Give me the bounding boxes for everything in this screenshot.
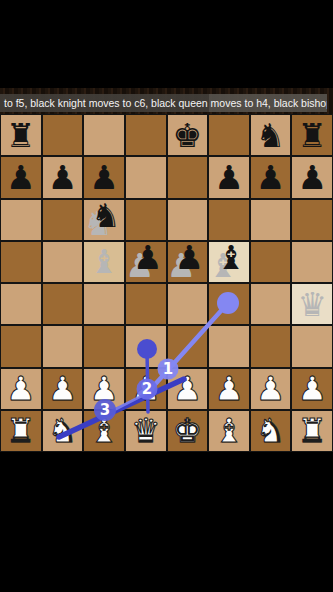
- square-e6[interactable]: [168, 200, 208, 240]
- square-f8[interactable]: [209, 115, 249, 155]
- square-h6[interactable]: [292, 200, 332, 240]
- square-d4[interactable]: [126, 284, 166, 324]
- square-g7[interactable]: ♟: [251, 157, 291, 197]
- square-e5[interactable]: ♟♟: [168, 242, 208, 282]
- square-b6[interactable]: [43, 200, 83, 240]
- piece-black-rook-icon: ♜: [1, 115, 41, 155]
- square-b5[interactable]: [43, 242, 83, 282]
- move-caption-banner: to f5, black knight moves to c6, black q…: [0, 94, 327, 112]
- piece-black-pawn-icon: ♟: [209, 157, 249, 197]
- piece-white-pawn-icon: ♟: [84, 369, 124, 409]
- app-screen: { "game": "chess", "banner": { "text": "…: [0, 0, 333, 592]
- piece-white-pawn-icon: ♟: [209, 369, 249, 409]
- piece-black-rook-icon: ♜: [292, 115, 332, 155]
- piece-white-pawn-icon: ♟: [168, 369, 208, 409]
- square-b8[interactable]: [43, 115, 83, 155]
- square-c4[interactable]: [84, 284, 124, 324]
- square-e3[interactable]: [168, 326, 208, 366]
- square-e8[interactable]: ♚: [168, 115, 208, 155]
- piece-ghost-bishop-icon: ♝: [84, 242, 124, 282]
- piece-black-king-icon: ♚: [168, 115, 208, 155]
- square-c1[interactable]: ♝: [84, 411, 124, 451]
- piece-white-pawn-icon: ♟: [43, 369, 83, 409]
- square-c7[interactable]: ♟: [84, 157, 124, 197]
- square-h5[interactable]: [292, 242, 332, 282]
- piece-white-king-icon: ♚: [168, 411, 208, 451]
- piece-white-pawn-icon: ♟: [251, 369, 291, 409]
- square-h3[interactable]: [292, 326, 332, 366]
- piece-white-queen-icon: ♛: [126, 411, 166, 451]
- square-e1[interactable]: ♚: [168, 411, 208, 451]
- square-f4[interactable]: [209, 284, 249, 324]
- piece-ghost-queen-icon: ♛: [292, 284, 332, 324]
- square-d7[interactable]: [126, 157, 166, 197]
- square-a3[interactable]: [1, 326, 41, 366]
- piece-white-pawn-icon: ♟: [126, 369, 166, 409]
- piece-black-knight-icon: ♞: [251, 115, 291, 155]
- square-g6[interactable]: [251, 200, 291, 240]
- piece-black-knight-icon: ♞: [86, 196, 126, 236]
- square-c8[interactable]: [84, 115, 124, 155]
- piece-black-pawn-icon: ♟: [1, 157, 41, 197]
- square-d3[interactable]: [126, 326, 166, 366]
- ghost-pawn-icon: ♟: [120, 246, 160, 286]
- square-f6[interactable]: [209, 200, 249, 240]
- square-h2[interactable]: ♟: [292, 369, 332, 409]
- piece-white-knight-icon: ♞: [43, 411, 83, 451]
- piece-white-rook-icon: ♜: [292, 411, 332, 451]
- square-a6[interactable]: [1, 200, 41, 240]
- piece-white-rook-icon: ♜: [1, 411, 41, 451]
- square-g2[interactable]: ♟: [251, 369, 291, 409]
- square-a5[interactable]: [1, 242, 41, 282]
- square-b1[interactable]: ♞: [43, 411, 83, 451]
- square-a7[interactable]: ♟: [1, 157, 41, 197]
- piece-white-pawn-icon: ♟: [1, 369, 41, 409]
- square-c3[interactable]: [84, 326, 124, 366]
- square-b3[interactable]: [43, 326, 83, 366]
- piece-white-knight-icon: ♞: [251, 411, 291, 451]
- piece-white-bishop-icon: ♝: [84, 411, 124, 451]
- chess-board: ♜♚♞♜♟♟♟♟♟♟♞♞♝♟♟♟♟♝♝♛♟♟♟♟♟♟♟♟♜♞♝♛♚♝♞♜ 1 2…: [0, 114, 333, 452]
- square-d1[interactable]: ♛: [126, 411, 166, 451]
- square-e7[interactable]: [168, 157, 208, 197]
- square-a8[interactable]: ♜: [1, 115, 41, 155]
- piece-black-pawn-icon: ♟: [292, 157, 332, 197]
- piece-black-pawn-icon: ♟: [43, 157, 83, 197]
- ghost-bishop-icon: ♝: [203, 246, 243, 286]
- piece-black-pawn-icon: ♟: [251, 157, 291, 197]
- square-f3[interactable]: [209, 326, 249, 366]
- piece-white-pawn-icon: ♟: [292, 369, 332, 409]
- square-g5[interactable]: [251, 242, 291, 282]
- square-b2[interactable]: ♟: [43, 369, 83, 409]
- square-h8[interactable]: ♜: [292, 115, 332, 155]
- square-c5[interactable]: ♝: [84, 242, 124, 282]
- piece-white-bishop-icon: ♝: [209, 411, 249, 451]
- board-grid: ♜♚♞♜♟♟♟♟♟♟♞♞♝♟♟♟♟♝♝♛♟♟♟♟♟♟♟♟♜♞♝♛♚♝♞♜: [0, 114, 333, 452]
- square-d2[interactable]: ♟: [126, 369, 166, 409]
- square-f5[interactable]: ♝♝: [209, 242, 249, 282]
- square-a1[interactable]: ♜: [1, 411, 41, 451]
- square-g4[interactable]: [251, 284, 291, 324]
- ghost-knight-icon: ♞: [78, 204, 118, 244]
- piece-black-pawn-icon: ♟: [128, 238, 168, 278]
- square-g8[interactable]: ♞: [251, 115, 291, 155]
- square-b4[interactable]: [43, 284, 83, 324]
- square-c2[interactable]: ♟: [84, 369, 124, 409]
- square-c6[interactable]: ♞♞: [84, 200, 124, 240]
- square-f7[interactable]: ♟: [209, 157, 249, 197]
- square-d5[interactable]: ♟♟: [126, 242, 166, 282]
- square-d8[interactable]: [126, 115, 166, 155]
- square-d6[interactable]: [126, 200, 166, 240]
- square-h1[interactable]: ♜: [292, 411, 332, 451]
- square-g3[interactable]: [251, 326, 291, 366]
- square-a4[interactable]: [1, 284, 41, 324]
- piece-black-pawn-icon: ♟: [84, 157, 124, 197]
- square-f1[interactable]: ♝: [209, 411, 249, 451]
- square-e4[interactable]: [168, 284, 208, 324]
- square-h4[interactable]: ♛: [292, 284, 332, 324]
- piece-black-pawn-icon: ♟: [170, 238, 210, 278]
- square-g1[interactable]: ♞: [251, 411, 291, 451]
- square-e2[interactable]: ♟: [168, 369, 208, 409]
- square-h7[interactable]: ♟: [292, 157, 332, 197]
- ghost-pawn-icon: ♟: [162, 246, 202, 286]
- piece-black-bishop-icon: ♝: [211, 238, 251, 278]
- square-f2[interactable]: ♟: [209, 369, 249, 409]
- square-a2[interactable]: ♟: [1, 369, 41, 409]
- square-b7[interactable]: ♟: [43, 157, 83, 197]
